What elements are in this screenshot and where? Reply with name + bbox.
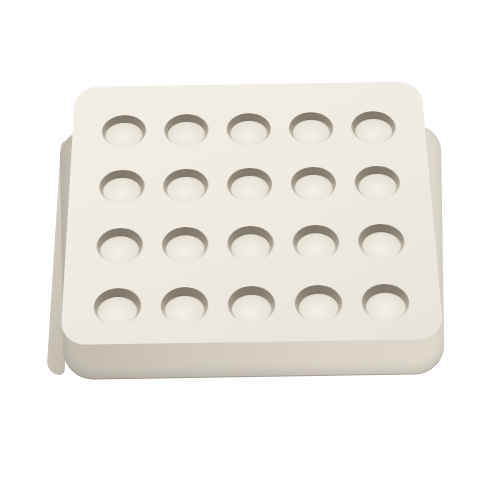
hole-dome (292, 119, 330, 144)
hole-r4c3[interactable] (228, 286, 276, 324)
hole-r2c1[interactable] (99, 170, 145, 204)
board-cell-r3c3 (218, 213, 284, 274)
hole-r4c2[interactable] (160, 287, 208, 325)
board-cell-r3c5 (347, 211, 417, 272)
board-cell-r1c5 (341, 100, 407, 155)
board-cell-r1c4 (279, 101, 344, 156)
hole-r3c4[interactable] (292, 224, 340, 260)
hole-dome (167, 177, 205, 203)
hole-dome (97, 297, 138, 326)
hole-r2c2[interactable] (163, 169, 208, 203)
hole-r4c4[interactable] (294, 285, 343, 323)
board-cell-r2c4 (281, 155, 347, 213)
product-photo (0, 0, 500, 500)
board-cell-r3c4 (282, 212, 350, 273)
hole-r3c5[interactable] (357, 223, 406, 259)
hole-dome (100, 236, 140, 264)
board-cell-r2c2 (153, 157, 218, 215)
hole-dome (105, 122, 143, 147)
hole-r3c2[interactable] (162, 226, 209, 262)
hole-r3c1[interactable] (96, 227, 143, 263)
board-cell-r3c1 (86, 215, 154, 276)
hole-r1c2[interactable] (164, 114, 208, 147)
hole-dome (231, 176, 269, 202)
board-cell-r4c4 (284, 272, 354, 336)
hole-dome (296, 233, 336, 261)
hole-dome (365, 293, 406, 322)
board-tray (47, 23, 453, 395)
hole-dome (294, 175, 333, 201)
board-grid (60, 82, 444, 345)
board-cell-r1c2 (155, 103, 218, 159)
board-cell-r2c3 (218, 156, 283, 214)
hole-dome (358, 174, 397, 200)
hole-r2c3[interactable] (227, 168, 273, 202)
hole-dome (362, 232, 402, 259)
hole-r3c3[interactable] (227, 225, 274, 261)
board-cell-r4c2 (150, 274, 218, 338)
hole-r1c4[interactable] (289, 112, 334, 145)
hole-r1c5[interactable] (351, 111, 397, 144)
hole-dome (230, 120, 267, 145)
board-cell-r3c2 (152, 214, 218, 275)
hole-dome (166, 235, 205, 263)
hole-dome (298, 294, 339, 323)
hole-r4c5[interactable] (361, 284, 411, 322)
board-cell-r2c5 (344, 154, 412, 212)
board-cell-r1c1 (91, 104, 155, 160)
board-cell-r1c3 (217, 102, 280, 157)
board-cell-r2c1 (89, 158, 155, 216)
hole-r4c1[interactable] (93, 288, 142, 326)
hole-r1c1[interactable] (101, 115, 146, 148)
hole-dome (231, 234, 270, 262)
hole-r2c4[interactable] (290, 167, 336, 201)
board-cell-r4c1 (82, 275, 151, 339)
board-cell-r4c3 (218, 273, 286, 337)
hole-r1c3[interactable] (227, 113, 272, 146)
hole-dome (355, 118, 393, 143)
hole-dome (168, 121, 205, 146)
hole-dome (164, 296, 204, 325)
hole-r2c5[interactable] (354, 166, 401, 200)
hole-dome (102, 178, 141, 204)
board-cell-r4c5 (350, 271, 421, 335)
hole-dome (232, 295, 272, 324)
